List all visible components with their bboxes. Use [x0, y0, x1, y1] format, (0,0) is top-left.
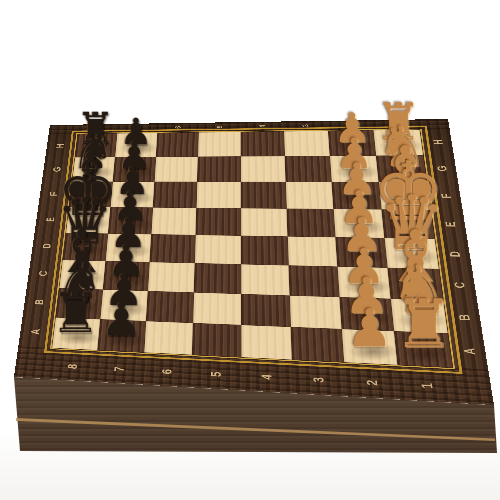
piece-white-pawn-a2[interactable]: ♟ — [346, 302, 393, 354]
rook-glyph: ♜ — [51, 286, 100, 341]
rook-glyph: ♜ — [394, 291, 454, 358]
pawn-glyph: ♟ — [101, 297, 142, 342]
chess-photo-scene: HHGGFFEEDDCCBBAA8877665544332211 ♜♟♟♜♞♟♟… — [0, 0, 500, 500]
piece-white-rook-a1[interactable]: ♜ — [394, 291, 454, 358]
pieces-layer: ♜♟♟♜♞♟♟♞♝♟♟♝♚♟♟♚♛♟♟♛♝♟♟♝♞♟♟♞♜♟♟♜ — [0, 0, 500, 500]
piece-black-pawn-a7[interactable]: ♟ — [101, 297, 142, 342]
piece-black-rook-a8[interactable]: ♜ — [51, 286, 100, 341]
pawn-glyph: ♟ — [346, 302, 393, 354]
